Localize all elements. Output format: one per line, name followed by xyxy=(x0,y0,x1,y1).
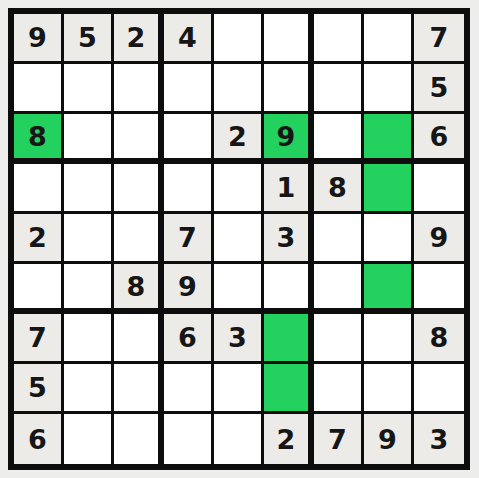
cell-r6c9[interactable] xyxy=(414,264,464,314)
cell-r7c9[interactable]: 8 xyxy=(414,314,464,364)
cell-r7c4[interactable]: 6 xyxy=(164,314,214,364)
cell-r5c4[interactable]: 7 xyxy=(164,214,214,264)
cell-r1c2[interactable]: 5 xyxy=(64,14,114,64)
cell-r8c1[interactable]: 5 xyxy=(14,364,64,414)
cell-r9c4[interactable] xyxy=(164,414,214,464)
cell-r1c1[interactable]: 9 xyxy=(14,14,64,64)
cell-r4c4[interactable] xyxy=(164,164,214,214)
sudoku-board: 9524758296182739897638562793 xyxy=(8,8,470,470)
cell-r5c5[interactable] xyxy=(214,214,264,264)
cell-r4c1[interactable] xyxy=(14,164,64,214)
cell-r9c7[interactable]: 7 xyxy=(314,414,364,464)
cell-r1c5[interactable] xyxy=(214,14,264,64)
cell-r3c4[interactable] xyxy=(164,114,214,164)
cell-r6c6[interactable] xyxy=(264,264,314,314)
cell-r9c5[interactable] xyxy=(214,414,264,464)
cell-r6c7[interactable] xyxy=(314,264,364,314)
cell-r4c5[interactable] xyxy=(214,164,264,214)
cell-r9c3[interactable] xyxy=(114,414,164,464)
cell-r1c6[interactable] xyxy=(264,14,314,64)
cell-r7c7[interactable] xyxy=(314,314,364,364)
cell-r1c7[interactable] xyxy=(314,14,364,64)
cell-r5c9[interactable]: 9 xyxy=(414,214,464,264)
cell-r3c6[interactable]: 9 xyxy=(264,114,314,164)
cell-r5c7[interactable] xyxy=(314,214,364,264)
cell-r8c6[interactable] xyxy=(264,364,314,414)
cell-r6c1[interactable] xyxy=(14,264,64,314)
cell-r9c9[interactable]: 3 xyxy=(414,414,464,464)
cell-r2c3[interactable] xyxy=(114,64,164,114)
cell-r8c8[interactable] xyxy=(364,364,414,414)
cell-r4c8[interactable] xyxy=(364,164,414,214)
cell-r5c8[interactable] xyxy=(364,214,414,264)
cell-r8c7[interactable] xyxy=(314,364,364,414)
cell-r5c6[interactable]: 3 xyxy=(264,214,314,264)
cell-r7c2[interactable] xyxy=(64,314,114,364)
cell-r3c3[interactable] xyxy=(114,114,164,164)
cell-r3c5[interactable]: 2 xyxy=(214,114,264,164)
cell-r6c5[interactable] xyxy=(214,264,264,314)
cell-r5c1[interactable]: 2 xyxy=(14,214,64,264)
cell-r1c8[interactable] xyxy=(364,14,414,64)
cell-r9c6[interactable]: 2 xyxy=(264,414,314,464)
cell-r3c7[interactable] xyxy=(314,114,364,164)
cell-r4c7[interactable]: 8 xyxy=(314,164,364,214)
cell-r3c1[interactable]: 8 xyxy=(14,114,64,164)
cell-r9c1[interactable]: 6 xyxy=(14,414,64,464)
cell-r8c9[interactable] xyxy=(414,364,464,414)
cell-r5c2[interactable] xyxy=(64,214,114,264)
cell-r7c8[interactable] xyxy=(364,314,414,364)
cell-r8c4[interactable] xyxy=(164,364,214,414)
cell-r6c3[interactable]: 8 xyxy=(114,264,164,314)
cell-r7c5[interactable]: 3 xyxy=(214,314,264,364)
cell-r9c2[interactable] xyxy=(64,414,114,464)
cell-r8c3[interactable] xyxy=(114,364,164,414)
cell-r7c1[interactable]: 7 xyxy=(14,314,64,364)
cell-r8c2[interactable] xyxy=(64,364,114,414)
cell-r3c9[interactable]: 6 xyxy=(414,114,464,164)
cell-r1c3[interactable]: 2 xyxy=(114,14,164,64)
cell-r4c2[interactable] xyxy=(64,164,114,214)
cell-r2c8[interactable] xyxy=(364,64,414,114)
cell-r2c2[interactable] xyxy=(64,64,114,114)
cell-r2c1[interactable] xyxy=(14,64,64,114)
cell-r3c8[interactable] xyxy=(364,114,414,164)
cell-r1c9[interactable]: 7 xyxy=(414,14,464,64)
cell-r6c4[interactable]: 9 xyxy=(164,264,214,314)
cell-r6c8[interactable] xyxy=(364,264,414,314)
cell-r2c4[interactable] xyxy=(164,64,214,114)
cell-r7c6[interactable] xyxy=(264,314,314,364)
cell-r4c6[interactable]: 1 xyxy=(264,164,314,214)
cell-r3c2[interactable] xyxy=(64,114,114,164)
cell-r2c7[interactable] xyxy=(314,64,364,114)
cell-r6c2[interactable] xyxy=(64,264,114,314)
cell-r4c3[interactable] xyxy=(114,164,164,214)
cell-r7c3[interactable] xyxy=(114,314,164,364)
cell-r9c8[interactable]: 9 xyxy=(364,414,414,464)
cell-r2c6[interactable] xyxy=(264,64,314,114)
cell-r2c9[interactable]: 5 xyxy=(414,64,464,114)
cell-r4c9[interactable] xyxy=(414,164,464,214)
cell-r8c5[interactable] xyxy=(214,364,264,414)
cell-r2c5[interactable] xyxy=(214,64,264,114)
cell-r5c3[interactable] xyxy=(114,214,164,264)
cell-r1c4[interactable]: 4 xyxy=(164,14,214,64)
